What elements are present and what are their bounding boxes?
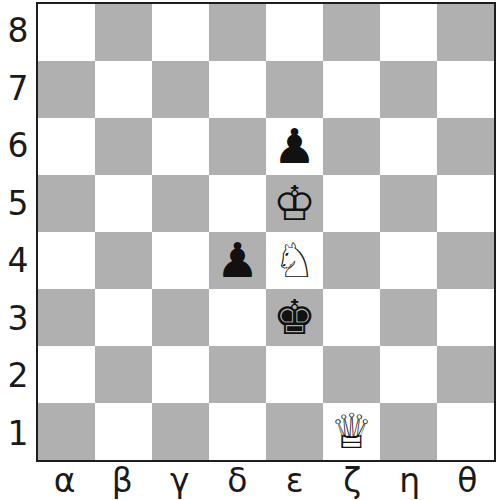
square-e5[interactable]: ♔ [266, 175, 323, 232]
square-a7[interactable] [38, 61, 95, 118]
chess-diagram-page: 87654321 ♟♔♟♘♚♕ αβγδεζηθ [0, 0, 500, 500]
square-h6[interactable] [437, 118, 494, 175]
square-d6[interactable] [209, 118, 266, 175]
square-f3[interactable] [323, 289, 380, 346]
rank-label-5: 5 [0, 175, 36, 233]
square-c5[interactable] [152, 175, 209, 232]
square-g1[interactable] [380, 403, 437, 460]
square-a3[interactable] [38, 289, 95, 346]
square-f8[interactable] [323, 4, 380, 61]
square-d8[interactable] [209, 4, 266, 61]
square-b6[interactable] [95, 118, 152, 175]
square-g4[interactable] [380, 232, 437, 289]
square-c6[interactable] [152, 118, 209, 175]
square-b5[interactable] [95, 175, 152, 232]
square-d4[interactable]: ♟ [209, 232, 266, 289]
black-pawn-d4[interactable]: ♟ [216, 236, 259, 284]
square-b3[interactable] [95, 289, 152, 346]
rank-label-6: 6 [0, 117, 36, 175]
square-f1[interactable]: ♕ [323, 403, 380, 460]
white-knight-e4[interactable]: ♘ [273, 236, 316, 284]
square-f4[interactable] [323, 232, 380, 289]
file-label-3: δ [209, 462, 267, 499]
square-c1[interactable] [152, 403, 209, 460]
square-h5[interactable] [437, 175, 494, 232]
file-label-6: η [381, 462, 439, 499]
file-label-1: β [94, 462, 152, 499]
square-e4[interactable]: ♘ [266, 232, 323, 289]
square-d5[interactable] [209, 175, 266, 232]
square-h7[interactable] [437, 61, 494, 118]
square-e7[interactable] [266, 61, 323, 118]
square-c2[interactable] [152, 346, 209, 403]
square-g7[interactable] [380, 61, 437, 118]
rank-label-1: 1 [0, 405, 36, 463]
black-king-e3[interactable]: ♚ [273, 293, 316, 341]
square-a8[interactable] [38, 4, 95, 61]
square-e6[interactable]: ♟ [266, 118, 323, 175]
square-d3[interactable] [209, 289, 266, 346]
square-a6[interactable] [38, 118, 95, 175]
square-h1[interactable] [437, 403, 494, 460]
rank-label-4: 4 [0, 232, 36, 290]
file-label-7: θ [439, 462, 497, 499]
file-label-5: ζ [324, 462, 382, 499]
square-a4[interactable] [38, 232, 95, 289]
file-label-2: γ [151, 462, 209, 499]
square-c8[interactable] [152, 4, 209, 61]
black-pawn-e6[interactable]: ♟ [273, 122, 316, 170]
file-label-4: ε [266, 462, 324, 499]
square-c7[interactable] [152, 61, 209, 118]
square-a5[interactable] [38, 175, 95, 232]
square-g2[interactable] [380, 346, 437, 403]
square-f2[interactable] [323, 346, 380, 403]
square-f5[interactable] [323, 175, 380, 232]
square-c3[interactable] [152, 289, 209, 346]
rank-labels: 87654321 [0, 2, 36, 462]
square-d2[interactable] [209, 346, 266, 403]
square-b4[interactable] [95, 232, 152, 289]
square-b1[interactable] [95, 403, 152, 460]
rank-label-7: 7 [0, 60, 36, 118]
chess-board[interactable]: ♟♔♟♘♚♕ [36, 2, 496, 462]
rank-label-2: 2 [0, 347, 36, 405]
square-d1[interactable] [209, 403, 266, 460]
square-h4[interactable] [437, 232, 494, 289]
square-g5[interactable] [380, 175, 437, 232]
square-b7[interactable] [95, 61, 152, 118]
rank-label-3: 3 [0, 290, 36, 348]
square-a2[interactable] [38, 346, 95, 403]
square-e8[interactable] [266, 4, 323, 61]
square-f7[interactable] [323, 61, 380, 118]
white-king-e5[interactable]: ♔ [273, 179, 316, 227]
white-queen-f1[interactable]: ♕ [330, 407, 373, 455]
rank-label-8: 8 [0, 2, 36, 60]
square-e1[interactable] [266, 403, 323, 460]
square-g8[interactable] [380, 4, 437, 61]
square-d7[interactable] [209, 61, 266, 118]
square-f6[interactable] [323, 118, 380, 175]
file-label-0: α [36, 462, 94, 499]
square-h3[interactable] [437, 289, 494, 346]
file-labels: αβγδεζηθ [36, 462, 496, 499]
square-a1[interactable] [38, 403, 95, 460]
square-b2[interactable] [95, 346, 152, 403]
square-g3[interactable] [380, 289, 437, 346]
square-b8[interactable] [95, 4, 152, 61]
square-e2[interactable] [266, 346, 323, 403]
square-e3[interactable]: ♚ [266, 289, 323, 346]
square-c4[interactable] [152, 232, 209, 289]
square-g6[interactable] [380, 118, 437, 175]
square-h8[interactable] [437, 4, 494, 61]
square-h2[interactable] [437, 346, 494, 403]
